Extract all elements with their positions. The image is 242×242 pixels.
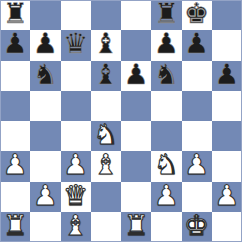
square-f4[interactable]	[151, 121, 181, 151]
square-a3[interactable]: ♟	[0, 151, 30, 181]
piece-white-rook[interactable]: ♜	[124, 212, 149, 240]
square-f7[interactable]: ♟	[151, 30, 181, 60]
square-c5[interactable]	[61, 91, 91, 121]
piece-white-pawn[interactable]: ♟	[33, 182, 58, 210]
square-d2[interactable]	[91, 182, 121, 212]
piece-white-king[interactable]: ♚	[184, 212, 209, 240]
square-e6[interactable]: ♟	[121, 61, 151, 91]
square-h1[interactable]	[212, 212, 242, 242]
square-c7[interactable]: ♛	[61, 30, 91, 60]
piece-black-pawn[interactable]: ♟	[124, 61, 149, 89]
square-h8[interactable]	[212, 0, 242, 30]
square-c4[interactable]	[61, 121, 91, 151]
square-c1[interactable]: ♝	[61, 212, 91, 242]
square-e2[interactable]	[121, 182, 151, 212]
square-h6[interactable]: ♟	[212, 61, 242, 91]
square-f3[interactable]: ♞	[151, 151, 181, 181]
square-g1[interactable]: ♚	[182, 212, 212, 242]
square-c2[interactable]: ♛	[61, 182, 91, 212]
square-a8[interactable]: ♜	[0, 0, 30, 30]
piece-black-knight[interactable]: ♞	[33, 61, 58, 89]
piece-white-pawn[interactable]: ♟	[184, 151, 209, 179]
square-f5[interactable]	[151, 91, 181, 121]
piece-white-pawn[interactable]: ♟	[154, 182, 179, 210]
square-d4[interactable]: ♞	[91, 121, 121, 151]
piece-black-queen[interactable]: ♛	[63, 30, 88, 58]
square-c8[interactable]	[61, 0, 91, 30]
square-f2[interactable]: ♟	[151, 182, 181, 212]
piece-white-knight[interactable]: ♞	[93, 121, 118, 149]
square-e3[interactable]	[121, 151, 151, 181]
square-b1[interactable]	[30, 212, 60, 242]
square-h2[interactable]: ♟	[212, 182, 242, 212]
square-b4[interactable]	[30, 121, 60, 151]
square-e4[interactable]	[121, 121, 151, 151]
square-d6[interactable]: ♝	[91, 61, 121, 91]
piece-black-bishop[interactable]: ♝	[93, 30, 118, 58]
square-a6[interactable]	[0, 61, 30, 91]
square-g4[interactable]	[182, 121, 212, 151]
square-g8[interactable]: ♚	[182, 0, 212, 30]
square-e7[interactable]	[121, 30, 151, 60]
square-d7[interactable]: ♝	[91, 30, 121, 60]
piece-black-pawn[interactable]: ♟	[154, 30, 179, 58]
piece-black-knight[interactable]: ♞	[154, 61, 179, 89]
square-h4[interactable]	[212, 121, 242, 151]
square-d5[interactable]	[91, 91, 121, 121]
piece-black-king[interactable]: ♚	[184, 0, 209, 28]
piece-white-queen[interactable]: ♛	[63, 182, 88, 210]
square-d3[interactable]: ♝	[91, 151, 121, 181]
square-a5[interactable]	[0, 91, 30, 121]
square-g5[interactable]	[182, 91, 212, 121]
square-c3[interactable]: ♟	[61, 151, 91, 181]
square-g6[interactable]	[182, 61, 212, 91]
piece-black-pawn[interactable]: ♟	[214, 61, 239, 89]
square-a4[interactable]	[0, 121, 30, 151]
square-d1[interactable]	[91, 212, 121, 242]
square-b5[interactable]	[30, 91, 60, 121]
square-f8[interactable]: ♜	[151, 0, 181, 30]
piece-black-rook[interactable]: ♜	[154, 0, 179, 28]
square-a2[interactable]	[0, 182, 30, 212]
square-b3[interactable]	[30, 151, 60, 181]
chess-board: ♜♜♚♟♟♛♝♟♟♞♝♟♞♟♞♟♟♝♞♟♟♛♟♟♜♝♜♚	[0, 0, 242, 242]
piece-white-pawn[interactable]: ♟	[3, 151, 28, 179]
square-f6[interactable]: ♞	[151, 61, 181, 91]
square-h3[interactable]	[212, 151, 242, 181]
piece-white-pawn[interactable]: ♟	[63, 151, 88, 179]
piece-white-knight[interactable]: ♞	[154, 151, 179, 179]
square-d8[interactable]	[91, 0, 121, 30]
piece-white-bishop[interactable]: ♝	[63, 212, 88, 240]
piece-black-pawn[interactable]: ♟	[184, 30, 209, 58]
square-a1[interactable]: ♜	[0, 212, 30, 242]
square-g7[interactable]: ♟	[182, 30, 212, 60]
square-e8[interactable]	[121, 0, 151, 30]
piece-black-bishop[interactable]: ♝	[93, 61, 118, 89]
piece-white-bishop[interactable]: ♝	[93, 151, 118, 179]
piece-black-rook[interactable]: ♜	[3, 0, 28, 28]
square-e1[interactable]: ♜	[121, 212, 151, 242]
piece-black-pawn[interactable]: ♟	[3, 30, 28, 58]
square-b6[interactable]: ♞	[30, 61, 60, 91]
square-b2[interactable]: ♟	[30, 182, 60, 212]
square-f1[interactable]	[151, 212, 181, 242]
square-e5[interactable]	[121, 91, 151, 121]
square-c6[interactable]	[61, 61, 91, 91]
square-a7[interactable]: ♟	[0, 30, 30, 60]
piece-black-pawn[interactable]: ♟	[33, 30, 58, 58]
piece-white-rook[interactable]: ♜	[3, 212, 28, 240]
square-g3[interactable]: ♟	[182, 151, 212, 181]
square-h7[interactable]	[212, 30, 242, 60]
square-b7[interactable]: ♟	[30, 30, 60, 60]
square-h5[interactable]	[212, 91, 242, 121]
piece-white-pawn[interactable]: ♟	[214, 182, 239, 210]
square-b8[interactable]	[30, 0, 60, 30]
square-g2[interactable]	[182, 182, 212, 212]
